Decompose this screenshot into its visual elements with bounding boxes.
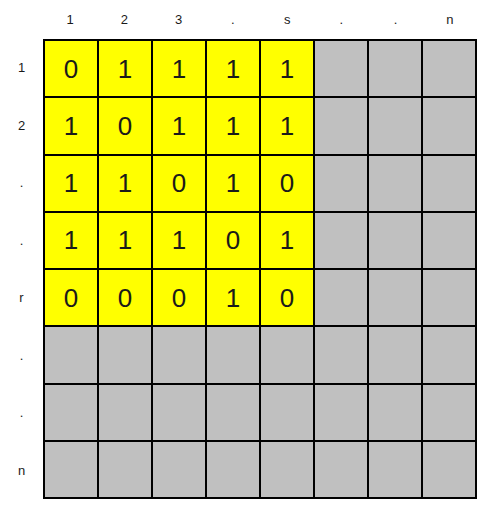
matrix-diagram: 123.s..n 12..r..n 0111110111110101110100… — [0, 0, 489, 532]
matrix-cell-r6-c8 — [422, 326, 476, 383]
col-header-3: 3 — [152, 6, 206, 32]
matrix-cell-r7-c6 — [314, 384, 368, 441]
matrix-cell-r8-c3 — [152, 441, 206, 498]
matrix-cell-r7-c7 — [368, 384, 422, 441]
matrix-cell-r4-c2: 1 — [98, 212, 152, 269]
matrix-cell-r1-c3: 1 — [152, 40, 206, 97]
matrix-cell-r2-c7 — [368, 97, 422, 154]
row-header-4: . — [0, 212, 43, 270]
matrix-cell-r7-c1 — [44, 384, 98, 441]
matrix-cell-r1-c7 — [368, 40, 422, 97]
matrix-cell-r6-c4 — [206, 326, 260, 383]
matrix-cell-r8-c8 — [422, 441, 476, 498]
matrix-cell-r1-c8 — [422, 40, 476, 97]
matrix-cell-r6-c7 — [368, 326, 422, 383]
col-header-4: . — [206, 6, 260, 32]
matrix-cell-r4-c3: 1 — [152, 212, 206, 269]
col-header-8: n — [423, 6, 477, 32]
matrix-cell-r5-c8 — [422, 269, 476, 326]
matrix-cell-r1-c4: 1 — [206, 40, 260, 97]
matrix-cell-r7-c8 — [422, 384, 476, 441]
col-header-1: 1 — [43, 6, 97, 32]
matrix-cell-r8-c4 — [206, 441, 260, 498]
matrix-cell-r3-c8 — [422, 155, 476, 212]
matrix-cell-r5-c6 — [314, 269, 368, 326]
matrix-cell-r5-c4: 1 — [206, 269, 260, 326]
matrix-cell-r4-c6 — [314, 212, 368, 269]
matrix-cell-r5-c3: 0 — [152, 269, 206, 326]
matrix-cell-r4-c7 — [368, 212, 422, 269]
matrix-cell-r2-c4: 1 — [206, 97, 260, 154]
matrix-cell-r8-c7 — [368, 441, 422, 498]
matrix-cell-r4-c4: 0 — [206, 212, 260, 269]
matrix-cell-r8-c2 — [98, 441, 152, 498]
matrix-cell-r5-c1: 0 — [44, 269, 98, 326]
row-header-5: r — [0, 269, 43, 327]
row-header-7: . — [0, 384, 43, 442]
matrix-cell-r7-c3 — [152, 384, 206, 441]
row-header-3: . — [0, 154, 43, 212]
matrix-cell-r4-c1: 1 — [44, 212, 98, 269]
matrix-cell-r5-c5: 0 — [260, 269, 314, 326]
row-header-8: n — [0, 442, 43, 500]
row-header-column: 12..r..n — [0, 39, 43, 499]
matrix-cell-r2-c8 — [422, 97, 476, 154]
col-header-6: . — [314, 6, 368, 32]
matrix-cell-r1-c6 — [314, 40, 368, 97]
matrix-cell-r1-c1: 0 — [44, 40, 98, 97]
matrix-cell-r6-c1 — [44, 326, 98, 383]
matrix-cell-r6-c2 — [98, 326, 152, 383]
matrix-cell-r3-c6 — [314, 155, 368, 212]
matrix-cell-r7-c5 — [260, 384, 314, 441]
matrix-cell-r3-c1: 1 — [44, 155, 98, 212]
matrix-cell-r6-c5 — [260, 326, 314, 383]
matrix-cell-r8-c6 — [314, 441, 368, 498]
column-header-row: 123.s..n — [43, 6, 477, 32]
matrix-cell-r3-c3: 0 — [152, 155, 206, 212]
matrix-cell-r6-c3 — [152, 326, 206, 383]
matrix-cell-r8-c1 — [44, 441, 98, 498]
matrix-cell-r6-c6 — [314, 326, 368, 383]
col-header-7: . — [369, 6, 423, 32]
matrix-grid: 0111110111110101110100010 — [43, 39, 477, 499]
matrix-cell-r3-c7 — [368, 155, 422, 212]
matrix-cell-r1-c5: 1 — [260, 40, 314, 97]
matrix-cell-r3-c4: 1 — [206, 155, 260, 212]
matrix-cell-r3-c2: 1 — [98, 155, 152, 212]
matrix-cell-r5-c7 — [368, 269, 422, 326]
matrix-cell-r2-c6 — [314, 97, 368, 154]
matrix-cell-r4-c8 — [422, 212, 476, 269]
matrix-cell-r4-c5: 1 — [260, 212, 314, 269]
col-header-2: 2 — [97, 6, 151, 32]
matrix-cell-r2-c2: 0 — [98, 97, 152, 154]
row-header-6: . — [0, 327, 43, 385]
matrix-cell-r2-c1: 1 — [44, 97, 98, 154]
matrix-cell-r2-c5: 1 — [260, 97, 314, 154]
matrix-cell-r5-c2: 0 — [98, 269, 152, 326]
row-header-2: 2 — [0, 97, 43, 155]
matrix-cell-r1-c2: 1 — [98, 40, 152, 97]
matrix-cell-r7-c2 — [98, 384, 152, 441]
matrix-cell-r7-c4 — [206, 384, 260, 441]
row-header-1: 1 — [0, 39, 43, 97]
matrix-cell-r3-c5: 0 — [260, 155, 314, 212]
col-header-5: s — [260, 6, 314, 32]
matrix-cell-r8-c5 — [260, 441, 314, 498]
matrix-cell-r2-c3: 1 — [152, 97, 206, 154]
